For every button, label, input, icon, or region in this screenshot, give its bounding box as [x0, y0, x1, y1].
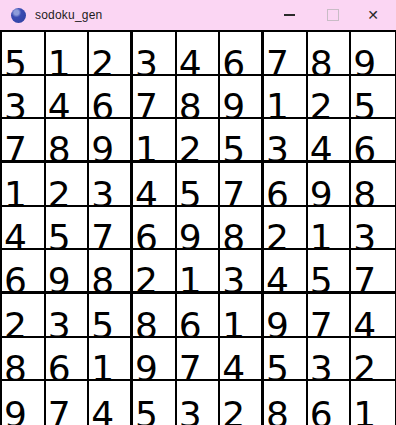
- cell-r7c6: 1: [220, 294, 264, 338]
- cell-r1c6: 6: [220, 32, 264, 76]
- cell-r5c8: 1: [308, 207, 352, 251]
- cell-r8c3: 1: [89, 338, 133, 382]
- cell-r8c9: 2: [351, 338, 395, 382]
- cell-r7c4: 8: [133, 294, 177, 338]
- cell-r8c7: 5: [264, 338, 308, 382]
- cell-digit: 6: [310, 397, 333, 425]
- cell-r4c9: 8: [351, 163, 395, 207]
- cell-r9c2: 7: [46, 381, 90, 425]
- cell-r3c6: 5: [220, 119, 264, 163]
- cell-r4c5: 5: [177, 163, 221, 207]
- close-icon: ✕: [367, 8, 379, 22]
- window-title: sodoku_gen: [35, 8, 102, 22]
- cell-r5c2: 5: [46, 207, 90, 251]
- cell-r7c7: 9: [264, 294, 308, 338]
- cell-r8c4: 9: [133, 338, 177, 382]
- cell-digit: 2: [222, 397, 245, 425]
- cell-r9c9: 1: [351, 381, 395, 425]
- cell-r2c9: 5: [351, 76, 395, 120]
- cell-r6c7: 4: [264, 250, 308, 294]
- cell-digit: 3: [179, 397, 202, 425]
- cell-r8c6: 4: [220, 338, 264, 382]
- cell-r9c3: 4: [89, 381, 133, 425]
- cell-r8c1: 8: [2, 338, 46, 382]
- cell-r5c7: 2: [264, 207, 308, 251]
- cell-r9c1: 9: [2, 381, 46, 425]
- cell-r7c1: 2: [2, 294, 46, 338]
- cell-digit: 9: [4, 397, 27, 425]
- cell-r5c4: 6: [133, 207, 177, 251]
- cell-r2c8: 2: [308, 76, 352, 120]
- cell-r2c4: 7: [133, 76, 177, 120]
- cell-r1c8: 8: [308, 32, 352, 76]
- cell-r3c7: 3: [264, 119, 308, 163]
- maximize-button: [316, 0, 350, 30]
- minimize-button[interactable]: [272, 0, 306, 30]
- cell-r3c1: 7: [2, 119, 46, 163]
- cell-r4c8: 9: [308, 163, 352, 207]
- cell-r6c3: 8: [89, 250, 133, 294]
- cell-r9c6: 2: [220, 381, 264, 425]
- cell-r9c7: 8: [264, 381, 308, 425]
- cell-r8c2: 6: [46, 338, 90, 382]
- close-button[interactable]: ✕: [356, 0, 390, 30]
- cell-r5c5: 9: [177, 207, 221, 251]
- cell-r6c6: 3: [220, 250, 264, 294]
- cell-r7c8: 7: [308, 294, 352, 338]
- cell-r7c9: 4: [351, 294, 395, 338]
- cell-r2c3: 6: [89, 76, 133, 120]
- cell-r9c4: 5: [133, 381, 177, 425]
- cell-r7c5: 6: [177, 294, 221, 338]
- cell-digit: 5: [135, 397, 158, 425]
- cell-r3c5: 2: [177, 119, 221, 163]
- cell-r1c9: 9: [351, 32, 395, 76]
- cell-r2c2: 4: [46, 76, 90, 120]
- cell-r8c5: 7: [177, 338, 221, 382]
- cell-r4c2: 2: [46, 163, 90, 207]
- cell-r4c6: 7: [220, 163, 264, 207]
- cell-r1c4: 3: [133, 32, 177, 76]
- cell-r3c3: 9: [89, 119, 133, 163]
- cell-r3c8: 4: [308, 119, 352, 163]
- titlebar[interactable]: sodoku_gen ✕: [0, 0, 396, 30]
- sudoku-grid: 5123467893467891257891253461234576984576…: [0, 30, 396, 425]
- maximize-icon: [327, 9, 339, 21]
- cell-r1c1: 5: [2, 32, 46, 76]
- cell-r5c9: 3: [351, 207, 395, 251]
- cell-r1c5: 4: [177, 32, 221, 76]
- cell-r2c1: 3: [2, 76, 46, 120]
- cell-r5c6: 8: [220, 207, 264, 251]
- cell-r2c6: 9: [220, 76, 264, 120]
- cell-digit: 1: [353, 397, 376, 425]
- cell-r3c2: 8: [46, 119, 90, 163]
- cell-r4c7: 6: [264, 163, 308, 207]
- cell-r6c2: 9: [46, 250, 90, 294]
- cell-r4c4: 4: [133, 163, 177, 207]
- cell-r6c9: 7: [351, 250, 395, 294]
- app-icon[interactable]: [11, 8, 26, 23]
- cell-r6c5: 1: [177, 250, 221, 294]
- cell-digit: 4: [91, 397, 114, 425]
- cell-r4c1: 1: [2, 163, 46, 207]
- cell-r6c1: 6: [2, 250, 46, 294]
- cell-digit: 8: [266, 397, 289, 425]
- cell-r6c8: 5: [308, 250, 352, 294]
- cell-r2c7: 1: [264, 76, 308, 120]
- cell-r1c3: 2: [89, 32, 133, 76]
- cell-digit: 7: [48, 397, 71, 425]
- cell-r3c9: 6: [351, 119, 395, 163]
- cell-r1c7: 7: [264, 32, 308, 76]
- minimize-icon: [284, 14, 295, 16]
- cell-r9c8: 6: [308, 381, 352, 425]
- cell-r5c3: 7: [89, 207, 133, 251]
- cell-r7c2: 3: [46, 294, 90, 338]
- cell-r7c3: 5: [89, 294, 133, 338]
- cell-r8c8: 3: [308, 338, 352, 382]
- cell-r6c4: 2: [133, 250, 177, 294]
- cell-r2c5: 8: [177, 76, 221, 120]
- cell-r4c3: 3: [89, 163, 133, 207]
- cell-r9c5: 3: [177, 381, 221, 425]
- cell-r3c4: 1: [133, 119, 177, 163]
- cell-r5c1: 4: [2, 207, 46, 251]
- cell-r1c2: 1: [46, 32, 90, 76]
